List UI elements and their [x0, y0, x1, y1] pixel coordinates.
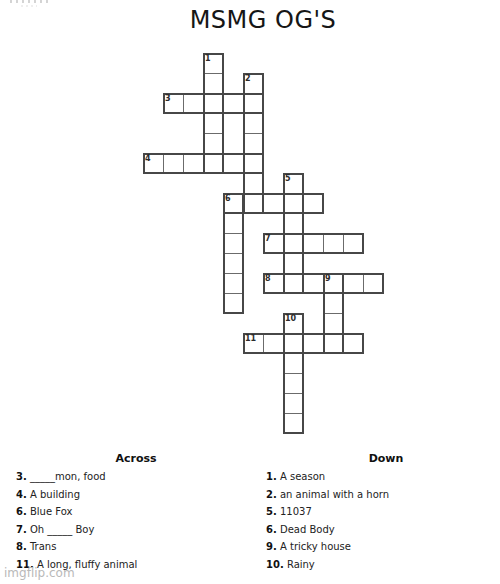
- clue-text: Trans: [27, 541, 57, 552]
- clue-item: 6. Dead Body: [266, 525, 500, 536]
- grid-cell[interactable]: [283, 353, 304, 374]
- across-clue-list: 3. _____mon, food4. A building6. Blue Fo…: [16, 472, 256, 570]
- clue-item: 1. A season: [266, 472, 500, 483]
- clue-text: Blue Fox: [27, 506, 73, 517]
- grid-cell[interactable]: [203, 93, 224, 114]
- grid-cell[interactable]: [283, 313, 304, 334]
- grid-cell[interactable]: [243, 73, 264, 94]
- grid-cell[interactable]: [223, 93, 244, 114]
- clue-number-label: 1.: [266, 471, 277, 482]
- clue-number-label: 5.: [266, 506, 277, 517]
- grid-cell[interactable]: [203, 73, 224, 94]
- grid-cell[interactable]: [163, 93, 184, 114]
- down-column: Down 1. A season2. an animal with a horn…: [266, 452, 500, 577]
- grid-cell[interactable]: [323, 273, 344, 294]
- grid-cell[interactable]: [203, 153, 224, 174]
- page-title: MSMG OG'S: [13, 6, 500, 34]
- crossword-page: MSMG OG'S 1234567891011 Across 3. _____m…: [0, 0, 500, 584]
- across-column: Across 3. _____mon, food4. A building6. …: [16, 452, 256, 577]
- clue-text: _____mon, food: [27, 471, 106, 482]
- grid-cell[interactable]: [263, 273, 284, 294]
- clue-number-label: 3.: [16, 471, 27, 482]
- grid-cell[interactable]: [283, 233, 304, 254]
- grid-cell[interactable]: [283, 413, 304, 434]
- grid-cell[interactable]: [283, 213, 304, 234]
- grid-cell[interactable]: [283, 193, 304, 214]
- watermark: imgflip.com: [4, 566, 75, 580]
- grid-cell[interactable]: [203, 113, 224, 134]
- clue-number-label: 8.: [16, 541, 27, 552]
- grid-cell[interactable]: [223, 213, 244, 234]
- clue-number-label: 10.: [266, 559, 284, 570]
- grid-cell[interactable]: [303, 273, 324, 294]
- down-header: Down: [266, 452, 500, 465]
- grid-cell[interactable]: [343, 333, 364, 354]
- grid-cell[interactable]: [283, 253, 304, 274]
- clue-item: 4. A building: [16, 490, 256, 501]
- grid-cell[interactable]: [283, 333, 304, 354]
- grid-cell[interactable]: [243, 93, 264, 114]
- clue-text: Oh _____ Boy: [27, 524, 95, 535]
- clue-text: an animal with a horn: [277, 489, 389, 500]
- grid-cell[interactable]: [243, 173, 264, 194]
- grid-cell[interactable]: [223, 293, 244, 314]
- grid-cell[interactable]: [203, 53, 224, 74]
- clue-text: A tricky house: [277, 541, 351, 552]
- grid-cell[interactable]: [143, 153, 164, 174]
- grid-cell[interactable]: [263, 233, 284, 254]
- grid-cell[interactable]: [183, 153, 204, 174]
- grid-cell[interactable]: [263, 193, 284, 214]
- clue-number-label: 9.: [266, 541, 277, 552]
- grid-cell[interactable]: [323, 293, 344, 314]
- cropped-text-artifact: [10, 0, 48, 3]
- grid-cell[interactable]: [303, 333, 324, 354]
- grid-cell[interactable]: [243, 193, 264, 214]
- grid-cell[interactable]: [223, 193, 244, 214]
- clue-number-label: 6.: [16, 506, 27, 517]
- clue-text: Dead Body: [277, 524, 335, 535]
- clue-item: 2. an animal with a horn: [266, 490, 500, 501]
- grid-cell[interactable]: [263, 333, 284, 354]
- clue-number-label: 7.: [16, 524, 27, 535]
- grid-cell[interactable]: [183, 93, 204, 114]
- grid-cell[interactable]: [283, 393, 304, 414]
- down-clue-list: 1. A season2. an animal with a horn5. 11…: [266, 472, 500, 570]
- grid-cell[interactable]: [243, 113, 264, 134]
- clue-item: 5. 11037: [266, 507, 500, 518]
- grid-cell[interactable]: [343, 273, 364, 294]
- grid-cell[interactable]: [243, 133, 264, 154]
- crossword-grid: 1234567891011: [143, 53, 384, 434]
- grid-cell[interactable]: [243, 333, 264, 354]
- grid-cell[interactable]: [243, 153, 264, 174]
- grid-cell[interactable]: [323, 333, 344, 354]
- grid-cell[interactable]: [223, 153, 244, 174]
- grid-cell[interactable]: [283, 373, 304, 394]
- grid-cell[interactable]: [283, 173, 304, 194]
- clue-item: 3. _____mon, food: [16, 472, 256, 483]
- clue-text: Rainy: [284, 559, 315, 570]
- grid-cell[interactable]: [283, 273, 304, 294]
- clue-item: 7. Oh _____ Boy: [16, 525, 256, 536]
- clue-item: 10. Rainy: [266, 560, 500, 571]
- grid-cell[interactable]: [343, 233, 364, 254]
- clue-number-label: 2.: [266, 489, 277, 500]
- grid-cell[interactable]: [223, 233, 244, 254]
- grid-cell[interactable]: [203, 133, 224, 154]
- grid-cell[interactable]: [163, 153, 184, 174]
- grid-cell[interactable]: [323, 233, 344, 254]
- clue-item: 6. Blue Fox: [16, 507, 256, 518]
- clue-text: A season: [277, 471, 325, 482]
- grid-cell[interactable]: [323, 313, 344, 334]
- across-header: Across: [16, 452, 256, 465]
- clue-text: 11037: [277, 506, 312, 517]
- grid-cell[interactable]: [303, 233, 324, 254]
- clue-item: 9. A tricky house: [266, 542, 500, 553]
- clue-text: A building: [27, 489, 80, 500]
- grid-cell[interactable]: [223, 273, 244, 294]
- grid-cell[interactable]: [363, 273, 384, 294]
- grid-cell[interactable]: [303, 193, 324, 214]
- clue-number-label: 6.: [266, 524, 277, 535]
- clue-number-label: 4.: [16, 489, 27, 500]
- grid-cell[interactable]: [223, 253, 244, 274]
- clue-item: 8. Trans: [16, 542, 256, 553]
